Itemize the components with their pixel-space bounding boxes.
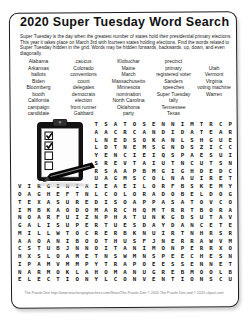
word-column: precinctprimaryregistered voterSanderssp… xyxy=(151,58,196,117)
grid-cell: O xyxy=(82,205,92,213)
grid-cell: N xyxy=(101,136,111,144)
grid-cell: S xyxy=(216,252,226,260)
grid-cell: A xyxy=(120,244,130,252)
grid-cell: A xyxy=(149,221,159,229)
grid-cell: D xyxy=(72,205,82,213)
grid-cell: P xyxy=(139,198,149,206)
grid-cell: S xyxy=(216,229,226,237)
grid-cell: R xyxy=(168,229,178,237)
grid-cell: G xyxy=(34,190,44,198)
grid-cell: S xyxy=(111,198,121,206)
grid-cell: S xyxy=(149,252,159,260)
grid-cell: Q xyxy=(158,151,168,159)
grid-cell xyxy=(15,128,25,136)
grid-cell: K xyxy=(197,182,207,190)
grid-cell: L xyxy=(72,267,82,275)
grid-cell: T xyxy=(101,221,111,229)
grid-cell: S xyxy=(168,260,178,268)
grid-cell xyxy=(15,174,25,182)
grid-cell: T xyxy=(197,128,207,136)
grid-cell: E xyxy=(178,252,188,260)
grid-cell: S xyxy=(101,167,111,175)
grid-cell: A xyxy=(101,205,111,213)
grid-cell: D xyxy=(158,128,168,136)
grid-cell: N xyxy=(111,151,121,159)
grid-cell: Y xyxy=(92,275,102,283)
grid-cell: O xyxy=(120,198,130,206)
grid-cell: T xyxy=(63,229,73,237)
grid-cell: Z xyxy=(197,143,207,151)
grid-cell: M xyxy=(225,236,235,244)
grid-cell: T xyxy=(158,205,168,213)
grid-cell: E xyxy=(206,167,216,175)
grid-cell: E xyxy=(101,151,111,159)
grid-cell: T xyxy=(111,244,121,252)
grid-cell: O xyxy=(82,236,92,244)
grid-cell: R xyxy=(111,229,121,237)
grid-cell: T xyxy=(225,260,235,268)
grid-cell: S xyxy=(25,244,35,252)
grid-cell: H xyxy=(187,167,197,175)
grid-cell: H xyxy=(15,252,25,260)
grid-cell xyxy=(15,151,25,159)
grid-cell: N xyxy=(197,275,207,283)
grid-cell: C xyxy=(216,120,226,128)
grid-cell: P xyxy=(149,198,159,206)
grid-cell: E xyxy=(149,260,159,268)
grid-cell xyxy=(15,159,25,167)
grid-cell: R xyxy=(197,244,207,252)
grid-cell: N xyxy=(139,252,149,260)
grid-cell: A xyxy=(120,260,130,268)
grid-cell: N xyxy=(82,244,92,252)
grid-cell: M xyxy=(63,260,73,268)
grid-cell: E xyxy=(197,151,207,159)
grid-cell: T xyxy=(101,260,111,268)
grid-cell: C xyxy=(101,190,111,198)
grid-cell: M xyxy=(187,120,197,128)
grid-cell: A xyxy=(63,252,73,260)
grid-cell: N xyxy=(15,213,25,221)
grid-cell: D xyxy=(216,167,226,175)
grid-cell: H xyxy=(111,236,121,244)
grid-cell: L xyxy=(44,229,54,237)
grid-cell: O xyxy=(197,198,207,206)
grid-cell: A xyxy=(216,213,226,221)
grid-cell: U xyxy=(197,213,207,221)
grid-cell: E xyxy=(225,136,235,144)
grid-cell xyxy=(15,143,25,151)
grid-cell: D xyxy=(168,221,178,229)
grid-cell: H xyxy=(111,213,121,221)
grid-cell: R xyxy=(225,229,235,237)
grid-cell: E xyxy=(130,143,140,151)
grid-cell: Y xyxy=(225,182,235,190)
grid-cell: M xyxy=(15,229,25,237)
grid-cell: O xyxy=(225,244,235,252)
grid-cell: S xyxy=(111,252,121,260)
grid-cell: Y xyxy=(158,221,168,229)
grid-cell: T xyxy=(53,275,63,283)
grid-cell: B xyxy=(34,205,44,213)
grid-cell: R xyxy=(168,205,178,213)
grid-cell: N xyxy=(101,252,111,260)
grid-cell: A xyxy=(120,213,130,221)
grid-cell: E xyxy=(101,229,111,237)
grid-cell: O xyxy=(53,252,63,260)
grid-cell: I xyxy=(158,229,168,237)
grid-cell: E xyxy=(187,190,197,198)
grid-cell: H xyxy=(130,205,140,213)
grid-cell: O xyxy=(34,236,44,244)
grid-cell: C xyxy=(216,198,226,206)
grid-cell: S xyxy=(168,198,178,206)
grid-cell: K xyxy=(63,267,73,275)
grid-cell: L xyxy=(34,229,44,237)
grid-cell: I xyxy=(168,167,178,175)
grid-cell: S xyxy=(216,159,226,167)
grid-cell: D xyxy=(178,128,188,136)
grid-cell: E xyxy=(206,128,216,136)
grid-cell: T xyxy=(216,221,226,229)
grid-cell: I xyxy=(178,120,188,128)
grid-cell: P xyxy=(130,167,140,175)
grid-cell: E xyxy=(187,260,197,268)
grid-cell: N xyxy=(168,174,178,182)
grid-cell: G xyxy=(15,221,25,229)
grid-cell: R xyxy=(178,236,188,244)
grid-cell: P xyxy=(72,221,82,229)
grid-cell: S xyxy=(168,151,178,159)
grid-cell: R xyxy=(111,205,121,213)
grid-cell: R xyxy=(206,229,216,237)
grid-cell: O xyxy=(25,213,35,221)
grid-cell: F xyxy=(63,190,73,198)
grid-cell: E xyxy=(168,252,178,260)
grid-cell: V xyxy=(120,159,130,167)
grid-cell: I xyxy=(197,174,207,182)
grid-cell: O xyxy=(216,190,226,198)
grid-cell: T xyxy=(206,159,216,167)
grid-cell: T xyxy=(101,236,111,244)
grid-cell: N xyxy=(120,143,130,151)
grid-cell: A xyxy=(197,236,207,244)
grid-cell: O xyxy=(15,190,25,198)
grid-cell: T xyxy=(111,143,121,151)
grid-cell: B xyxy=(178,267,188,275)
grid-cell: N xyxy=(225,252,235,260)
grid-cell: A xyxy=(15,236,25,244)
grid-cell: G xyxy=(178,167,188,175)
word-column: KlobucharMaineMarchMassachusettsMinnesot… xyxy=(106,58,151,117)
grid-cell: A xyxy=(25,221,35,229)
grid-cell: T xyxy=(15,198,25,206)
grid-cell: P xyxy=(178,244,188,252)
grid-cell: O xyxy=(149,182,159,190)
grid-cell: M xyxy=(149,244,159,252)
grid-cell: L xyxy=(44,252,54,260)
grid-cell: T xyxy=(225,174,235,182)
grid-cell: D xyxy=(92,198,102,206)
grid-cell: N xyxy=(149,128,159,136)
grid-cell: A xyxy=(44,198,54,206)
grid-cell: V xyxy=(15,182,25,190)
grid-cell: A xyxy=(34,260,44,268)
grid-cell: M xyxy=(111,267,121,275)
grid-cell: A xyxy=(187,151,197,159)
grid-cell: D xyxy=(206,190,216,198)
grid-cell: C xyxy=(225,167,235,175)
grid-cell: D xyxy=(197,167,207,175)
grid-cell: R xyxy=(158,267,168,275)
grid-cell: Z xyxy=(82,213,92,221)
grid-cell: O xyxy=(139,260,149,268)
grid-cell: M xyxy=(139,143,149,151)
grid-cell: U xyxy=(120,236,130,244)
grid-cell: E xyxy=(149,120,159,128)
grid-cell: O xyxy=(101,267,111,275)
grid-cell: S xyxy=(101,120,111,128)
grid-cell: S xyxy=(130,236,140,244)
grid-cell: L xyxy=(139,182,149,190)
grid-cell: K xyxy=(130,229,140,237)
word-list-item: Texas xyxy=(167,110,180,117)
grid-cell: V xyxy=(53,260,63,268)
grid-cell: P xyxy=(158,252,168,260)
grid-cell: K xyxy=(158,213,168,221)
grid-cell: E xyxy=(82,252,92,260)
grid-cell: A xyxy=(101,128,111,136)
grid-cell: O xyxy=(111,190,121,198)
grid-cell: I xyxy=(168,128,178,136)
grid-cell: W xyxy=(53,229,63,237)
grid-cell: R xyxy=(225,128,235,136)
grid-cell: E xyxy=(206,252,216,260)
grid-cell: O xyxy=(158,244,168,252)
grid-cell: E xyxy=(82,198,92,206)
grid-cell: C xyxy=(225,143,235,151)
grid-cell: A xyxy=(25,267,35,275)
grid-cell: M xyxy=(25,205,35,213)
grid-cell: E xyxy=(168,267,178,275)
grid-cell: H xyxy=(92,267,102,275)
grid-cell: N xyxy=(168,120,178,128)
checkbox-3 xyxy=(45,152,53,160)
grid-cell: G xyxy=(158,143,168,151)
grid-cell: M xyxy=(187,267,197,275)
word-list-item: party xyxy=(123,110,134,117)
grid-cell: N xyxy=(149,213,159,221)
grid-cell: O xyxy=(92,244,102,252)
footer-credit: The Puzzle Den http://www.teacherspaytea… xyxy=(15,290,233,295)
grid-cell: U xyxy=(63,213,73,221)
grid-cell: R xyxy=(216,205,226,213)
grid-cell: B xyxy=(72,236,82,244)
grid-cell: C xyxy=(216,143,226,151)
grid-cell: E xyxy=(53,190,63,198)
grid-cell: P xyxy=(178,151,188,159)
word-list: AlabamaArkansasballotsBidenBloombergboot… xyxy=(16,58,232,117)
grid-cell: A xyxy=(225,205,235,213)
grid-cell: C xyxy=(111,128,121,136)
grid-cell: A xyxy=(139,159,149,167)
grid-cell: V xyxy=(225,213,235,221)
grid-cell: R xyxy=(158,182,168,190)
grid-cell: L xyxy=(216,267,226,275)
grid-cell: T xyxy=(130,159,140,167)
grid-cell: I xyxy=(149,159,159,167)
grid-cell: T xyxy=(178,229,188,237)
grid-cell: E xyxy=(216,174,226,182)
grid-cell: E xyxy=(120,221,130,229)
grid-cell: R xyxy=(34,267,44,275)
grid-cell: I xyxy=(225,151,235,159)
grid-cell: J xyxy=(63,244,73,252)
grid-cell: T xyxy=(72,190,82,198)
grid-cell: N xyxy=(158,275,168,283)
grid-cell: C xyxy=(44,275,54,283)
grid-cell: S xyxy=(149,143,159,151)
grid-cell: L xyxy=(158,174,168,182)
grid-cell: N xyxy=(168,136,178,144)
grid-cell: N xyxy=(130,244,140,252)
grid-cell: S xyxy=(206,151,216,159)
grid-cell: C xyxy=(187,159,197,167)
grid-cell: P xyxy=(225,120,235,128)
grid-cell: L xyxy=(178,136,188,144)
grid-cell: T xyxy=(92,252,102,260)
grid-cell: R xyxy=(92,221,102,229)
grid-cell: S xyxy=(206,275,216,283)
grid-cell xyxy=(15,167,25,175)
grid-cell: R xyxy=(92,229,102,237)
grid-cell: U xyxy=(139,267,149,275)
grid-cell: I xyxy=(101,244,111,252)
grid-cell: X xyxy=(216,244,226,252)
grid-cell: I xyxy=(130,182,140,190)
grid-cell: K xyxy=(149,136,159,144)
grid-cell: A xyxy=(120,267,130,275)
grid-cell: R xyxy=(120,128,130,136)
grid-cell: O xyxy=(120,275,130,283)
grid-cell: D xyxy=(158,190,168,198)
checkbox-4 xyxy=(45,162,53,170)
grid-cell: M xyxy=(149,205,159,213)
grid-cell: K xyxy=(44,205,54,213)
grid-cell: N xyxy=(197,260,207,268)
grid-cell: U xyxy=(187,174,197,182)
grid-cell: N xyxy=(206,260,216,268)
grid-cell: Y xyxy=(92,260,102,268)
grid-cell: S xyxy=(139,120,149,128)
grid-cell: U xyxy=(63,221,73,229)
grid-cell: N xyxy=(158,120,168,128)
pen-shadow xyxy=(63,183,91,187)
grid-cell: T xyxy=(34,244,44,252)
grid-cell: A xyxy=(44,236,54,244)
grid-cell: F xyxy=(53,213,63,221)
grid-cell: M xyxy=(72,260,82,268)
grid-cell: P xyxy=(82,260,92,268)
grid-cell: A xyxy=(178,198,188,206)
grid-cell: G xyxy=(206,136,216,144)
grid-cell: C xyxy=(111,275,121,283)
grid-cell: N xyxy=(130,267,140,275)
grid-cell: I xyxy=(15,205,25,213)
grid-cell: L xyxy=(34,221,44,229)
grid-cell: S xyxy=(34,252,44,260)
grid-cell: F xyxy=(168,182,178,190)
grid-cell: L xyxy=(25,275,35,283)
grid-cell: B xyxy=(197,205,207,213)
grid-cell: S xyxy=(187,143,197,151)
grid-cell: A xyxy=(111,120,121,128)
grid-cell: C xyxy=(120,205,130,213)
grid-cell: N xyxy=(15,267,25,275)
grid-cell: M xyxy=(72,252,82,260)
grid-cell: G xyxy=(149,267,159,275)
grid-cell: O xyxy=(130,120,140,128)
clipboard-illustration xyxy=(33,119,97,189)
grid-cell: A xyxy=(111,182,121,190)
grid-cell: E xyxy=(158,260,168,268)
grid-cell: E xyxy=(111,136,121,144)
grid-cell: E xyxy=(34,275,44,283)
grid-cell: H xyxy=(197,252,207,260)
grid-cell: R xyxy=(111,260,121,268)
grid-cell: E xyxy=(101,182,111,190)
grid-cell: C xyxy=(15,244,25,252)
grid-cell: Q xyxy=(139,205,149,213)
grid-cell: A xyxy=(101,174,111,182)
grid-cell: D xyxy=(139,221,149,229)
grid-cell: W xyxy=(120,252,130,260)
grid-cell: N xyxy=(168,143,178,151)
grid-cell: S xyxy=(53,221,63,229)
grid-cell: I xyxy=(101,198,111,206)
grid-cell: P xyxy=(101,213,111,221)
grid-cell: B xyxy=(178,190,188,198)
grid-cell: B xyxy=(120,229,130,237)
grid-cell: O xyxy=(168,190,178,198)
grid-cell: E xyxy=(82,221,92,229)
grid-cell: B xyxy=(139,167,149,175)
grid-cell: I xyxy=(15,260,25,268)
grid-cell: P xyxy=(130,260,140,268)
grid-cell: V xyxy=(216,236,226,244)
grid-cell: I xyxy=(139,244,149,252)
grid-cell: A xyxy=(34,213,44,221)
grid-cell: R xyxy=(187,236,197,244)
grid-cell: N xyxy=(82,190,92,198)
grid-cell: O xyxy=(130,190,140,198)
grid-cell: F xyxy=(139,236,149,244)
grid-cell: T xyxy=(130,213,140,221)
grid-cell: I xyxy=(63,275,73,283)
grid-cell: E xyxy=(25,198,35,206)
grid-cell: O xyxy=(206,205,216,213)
grid-cell: S xyxy=(130,174,140,182)
grid-cell: S xyxy=(53,198,63,206)
grid-cell: A xyxy=(178,174,188,182)
grid-cell: I xyxy=(206,143,216,151)
grid-cell: C xyxy=(120,151,130,159)
grid-cell: G xyxy=(168,213,178,221)
grid-cell: M xyxy=(130,252,140,260)
grid-cell: N xyxy=(53,236,63,244)
grid-cell: R xyxy=(139,190,149,198)
grid-cell: I xyxy=(178,275,188,283)
